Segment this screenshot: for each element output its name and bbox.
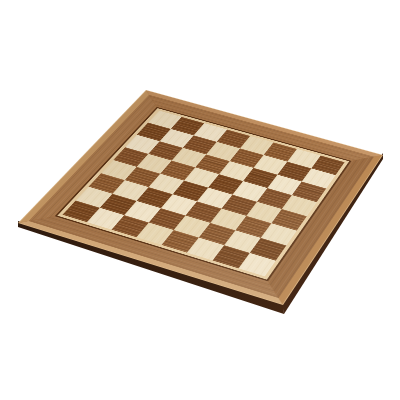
chess-board — [18, 90, 383, 305]
product-photo — [0, 0, 400, 400]
lighting-sheen — [18, 90, 383, 305]
